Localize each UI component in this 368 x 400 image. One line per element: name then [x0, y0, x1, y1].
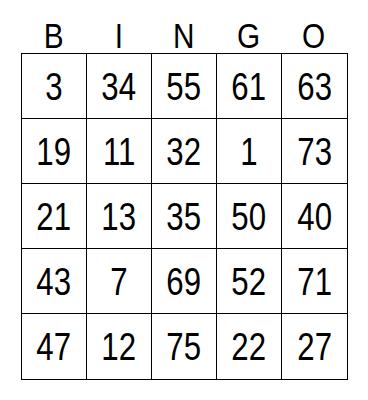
cell-number: 12 [102, 327, 137, 366]
cell-number: 34 [102, 67, 137, 106]
bingo-card: B I N G O 3 34 55 61 63 19 11 32 1 73 21… [0, 0, 368, 400]
bingo-cell[interactable]: 52 [217, 249, 282, 314]
bingo-cell[interactable]: 32 [152, 119, 217, 184]
bingo-cell[interactable]: 34 [87, 54, 152, 119]
board-grid: 3 34 55 61 63 19 11 32 1 73 21 13 35 50 … [21, 53, 348, 380]
cell-number: 35 [167, 197, 202, 236]
bingo-cell[interactable]: 13 [87, 184, 152, 249]
bingo-cell[interactable]: 71 [282, 249, 347, 314]
cell-number: 13 [102, 197, 137, 236]
cell-number: 61 [232, 67, 267, 106]
cell-number: 7 [110, 262, 127, 301]
cell-number: 55 [167, 67, 202, 106]
cell-number: 75 [167, 327, 202, 366]
bingo-cell[interactable]: 12 [87, 314, 152, 379]
bingo-cell[interactable]: 47 [22, 314, 87, 379]
cell-number: 40 [297, 197, 332, 236]
bingo-cell[interactable]: 7 [87, 249, 152, 314]
bingo-cell[interactable]: 75 [152, 314, 217, 379]
column-letter: O [302, 18, 325, 53]
bingo-cell[interactable]: 3 [22, 54, 87, 119]
column-header-g: G [216, 10, 281, 53]
bingo-cell[interactable]: 50 [217, 184, 282, 249]
bingo-cell[interactable]: 73 [282, 119, 347, 184]
cell-number: 73 [297, 132, 332, 171]
bingo-cell[interactable]: 19 [22, 119, 87, 184]
cell-number: 43 [37, 262, 72, 301]
column-header-i: I [86, 10, 151, 53]
cell-number: 21 [37, 197, 72, 236]
bingo-cell[interactable]: 27 [282, 314, 347, 379]
bingo-cell[interactable]: 1 [217, 119, 282, 184]
cell-number: 11 [103, 132, 135, 171]
column-letter: B [44, 18, 64, 53]
cell-number: 1 [240, 132, 257, 171]
cell-number: 19 [37, 132, 72, 171]
cell-number: 52 [232, 262, 267, 301]
bingo-cell[interactable]: 21 [22, 184, 87, 249]
cell-number: 3 [45, 67, 62, 106]
bingo-cell[interactable]: 35 [152, 184, 217, 249]
cell-number: 47 [37, 327, 72, 366]
bingo-cell[interactable]: 69 [152, 249, 217, 314]
bingo-cell[interactable]: 22 [217, 314, 282, 379]
column-headers: B I N G O [21, 10, 368, 53]
column-header-b: B [21, 10, 86, 53]
cell-number: 71 [297, 262, 332, 301]
cell-number: 32 [167, 132, 202, 171]
bingo-cell[interactable]: 61 [217, 54, 282, 119]
bingo-cell[interactable]: 40 [282, 184, 347, 249]
column-letter: G [237, 18, 260, 53]
cell-number: 27 [297, 327, 332, 366]
column-letter: N [173, 18, 194, 53]
bingo-cell[interactable]: 55 [152, 54, 217, 119]
bingo-cell[interactable]: 11 [87, 119, 152, 184]
cell-number: 63 [297, 67, 332, 106]
bingo-cell[interactable]: 43 [22, 249, 87, 314]
cell-number: 69 [167, 262, 202, 301]
column-header-n: N [151, 10, 216, 53]
column-header-o: O [281, 10, 346, 53]
column-letter: I [114, 18, 122, 53]
bingo-cell[interactable]: 63 [282, 54, 347, 119]
cell-number: 50 [232, 197, 267, 236]
cell-number: 22 [232, 327, 267, 366]
